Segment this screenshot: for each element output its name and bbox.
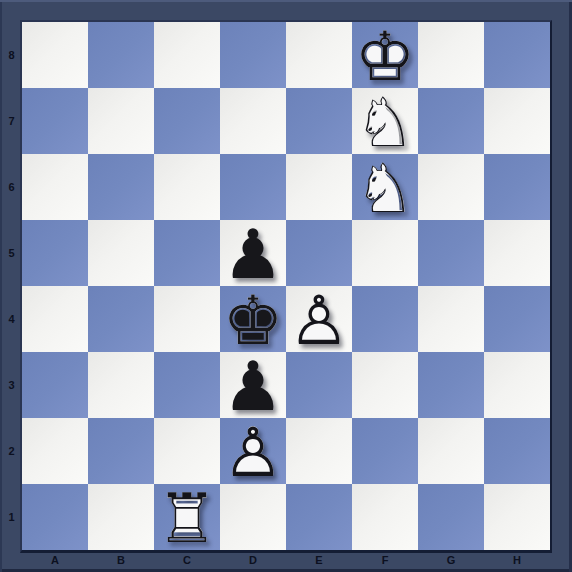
piece-white-knight[interactable]: ♞♘ — [352, 88, 418, 154]
piece-black-pawn[interactable]: ♟ — [220, 220, 286, 286]
file-label-b: B — [88, 551, 154, 572]
rank-label-2: 2 — [0, 418, 20, 484]
rank-labels: 87654321 — [0, 22, 20, 550]
square-h1[interactable] — [484, 484, 550, 550]
square-d5[interactable]: ♟ — [220, 220, 286, 286]
square-e7[interactable] — [286, 88, 352, 154]
square-c6[interactable] — [154, 154, 220, 220]
chess-board: ♚♔♞♘♞♘♟♔♚♟♙♟♟♙♜♖ — [20, 20, 552, 553]
square-f8[interactable]: ♚♔ — [352, 22, 418, 88]
file-label-e: E — [286, 551, 352, 572]
square-b2[interactable] — [88, 418, 154, 484]
square-h6[interactable] — [484, 154, 550, 220]
square-a2[interactable] — [22, 418, 88, 484]
pawn-icon: ♟ — [220, 222, 286, 288]
square-c5[interactable] — [154, 220, 220, 286]
file-label-a: A — [22, 551, 88, 572]
square-a6[interactable] — [22, 154, 88, 220]
square-g4[interactable] — [418, 286, 484, 352]
square-f3[interactable] — [352, 352, 418, 418]
square-a7[interactable] — [22, 88, 88, 154]
square-h3[interactable] — [484, 352, 550, 418]
rank-label-7: 7 — [0, 88, 20, 154]
rank-label-5: 5 — [0, 220, 20, 286]
rank-label-1: 1 — [0, 484, 20, 550]
rank-label-8: 8 — [0, 22, 20, 88]
square-a8[interactable] — [22, 22, 88, 88]
square-e6[interactable] — [286, 154, 352, 220]
square-d3[interactable]: ♟ — [220, 352, 286, 418]
piece-white-king[interactable]: ♚♔ — [352, 22, 418, 88]
square-f6[interactable]: ♞♘ — [352, 154, 418, 220]
square-h4[interactable] — [484, 286, 550, 352]
square-g2[interactable] — [418, 418, 484, 484]
square-c8[interactable] — [154, 22, 220, 88]
square-e8[interactable] — [286, 22, 352, 88]
square-d1[interactable] — [220, 484, 286, 550]
file-label-h: H — [484, 551, 550, 572]
square-e2[interactable] — [286, 418, 352, 484]
square-e3[interactable] — [286, 352, 352, 418]
square-f2[interactable] — [352, 418, 418, 484]
piece-white-pawn[interactable]: ♟♙ — [220, 418, 286, 484]
piece-white-knight[interactable]: ♞♘ — [352, 154, 418, 220]
square-e1[interactable] — [286, 484, 352, 550]
square-b6[interactable] — [88, 154, 154, 220]
square-b1[interactable] — [88, 484, 154, 550]
square-a1[interactable] — [22, 484, 88, 550]
rank-label-3: 3 — [0, 352, 20, 418]
square-a3[interactable] — [22, 352, 88, 418]
square-b4[interactable] — [88, 286, 154, 352]
square-h2[interactable] — [484, 418, 550, 484]
square-h8[interactable] — [484, 22, 550, 88]
file-label-g: G — [418, 551, 484, 572]
square-c7[interactable] — [154, 88, 220, 154]
square-g7[interactable] — [418, 88, 484, 154]
square-g3[interactable] — [418, 352, 484, 418]
square-g6[interactable] — [418, 154, 484, 220]
square-h7[interactable] — [484, 88, 550, 154]
square-h5[interactable] — [484, 220, 550, 286]
file-label-c: C — [154, 551, 220, 572]
square-d2[interactable]: ♟♙ — [220, 418, 286, 484]
square-b8[interactable] — [88, 22, 154, 88]
square-f7[interactable]: ♞♘ — [352, 88, 418, 154]
square-f5[interactable] — [352, 220, 418, 286]
square-a4[interactable] — [22, 286, 88, 352]
rank-label-6: 6 — [0, 154, 20, 220]
file-label-f: F — [352, 551, 418, 572]
square-g1[interactable] — [418, 484, 484, 550]
square-c2[interactable] — [154, 418, 220, 484]
chess-board-frame: ♚♔♞♘♞♘♟♔♚♟♙♟♟♙♜♖ 87654321 ABCDEFGH — [0, 0, 572, 572]
square-d4[interactable]: ♔♚ — [220, 286, 286, 352]
square-d6[interactable] — [220, 154, 286, 220]
square-f4[interactable] — [352, 286, 418, 352]
square-g5[interactable] — [418, 220, 484, 286]
square-e5[interactable] — [286, 220, 352, 286]
square-e4[interactable]: ♟♙ — [286, 286, 352, 352]
square-b5[interactable] — [88, 220, 154, 286]
king-icon: ♚ — [220, 288, 286, 354]
rank-label-4: 4 — [0, 286, 20, 352]
piece-white-rook[interactable]: ♜♖ — [154, 484, 220, 550]
square-c1[interactable]: ♜♖ — [154, 484, 220, 550]
pawn-icon: ♟ — [220, 354, 286, 420]
file-labels: ABCDEFGH — [22, 551, 550, 572]
square-b3[interactable] — [88, 352, 154, 418]
square-b7[interactable] — [88, 88, 154, 154]
file-label-d: D — [220, 551, 286, 572]
square-g8[interactable] — [418, 22, 484, 88]
square-c4[interactable] — [154, 286, 220, 352]
square-d8[interactable] — [220, 22, 286, 88]
square-f1[interactable] — [352, 484, 418, 550]
square-d7[interactable] — [220, 88, 286, 154]
square-a5[interactable] — [22, 220, 88, 286]
piece-white-pawn[interactable]: ♟♙ — [286, 286, 352, 352]
piece-black-king[interactable]: ♔♚ — [220, 286, 286, 352]
piece-black-pawn[interactable]: ♟ — [220, 352, 286, 418]
square-c3[interactable] — [154, 352, 220, 418]
